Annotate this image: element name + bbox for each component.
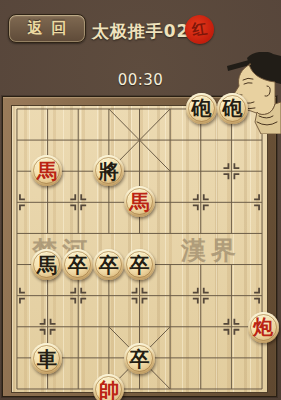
app-screen: 楚河 漢界 砲砲馬將馬馬卒卒卒炮車卒帥 返回 太极推手02 — [0, 0, 281, 400]
seal-character: 红 — [191, 19, 208, 40]
piece-black-soldier-4[interactable]: 卒 — [124, 343, 155, 374]
piece-black-cannon-1[interactable]: 砲 — [186, 93, 217, 124]
piece-character: 卒 — [99, 255, 119, 275]
piece-character: 馬 — [37, 255, 57, 275]
piece-black-chariot[interactable]: 車 — [31, 343, 62, 374]
piece-black-soldier-1[interactable]: 卒 — [62, 249, 93, 280]
piece-red-horse-1[interactable]: 馬 — [31, 155, 62, 186]
piece-black-horse[interactable]: 馬 — [31, 249, 62, 280]
piece-character: 卒 — [130, 349, 150, 369]
piece-black-general[interactable]: 將 — [93, 155, 124, 186]
piece-red-horse-2[interactable]: 馬 — [124, 186, 155, 217]
piece-character: 帥 — [99, 380, 119, 400]
page-title: 太极推手02 — [0, 20, 281, 43]
pieces-layer: 砲砲馬將馬馬卒卒卒炮車卒帥 — [0, 0, 281, 400]
piece-character: 砲 — [191, 98, 211, 118]
piece-black-soldier-3[interactable]: 卒 — [124, 249, 155, 280]
piece-character: 車 — [37, 349, 57, 369]
piece-character: 卒 — [68, 255, 88, 275]
piece-black-soldier-2[interactable]: 卒 — [93, 249, 124, 280]
top-bar: 返回 太极推手02 红 — [0, 0, 281, 58]
piece-black-cannon-2[interactable]: 砲 — [217, 93, 248, 124]
piece-character: 炮 — [253, 317, 273, 337]
timer: 00:30 — [0, 71, 281, 89]
piece-character: 卒 — [130, 255, 150, 275]
piece-character: 馬 — [130, 192, 150, 212]
piece-character: 砲 — [222, 98, 242, 118]
piece-red-cannon[interactable]: 炮 — [248, 312, 279, 343]
piece-character: 馬 — [37, 161, 57, 181]
piece-character: 將 — [99, 161, 119, 181]
piece-red-general[interactable]: 帥 — [93, 374, 124, 400]
